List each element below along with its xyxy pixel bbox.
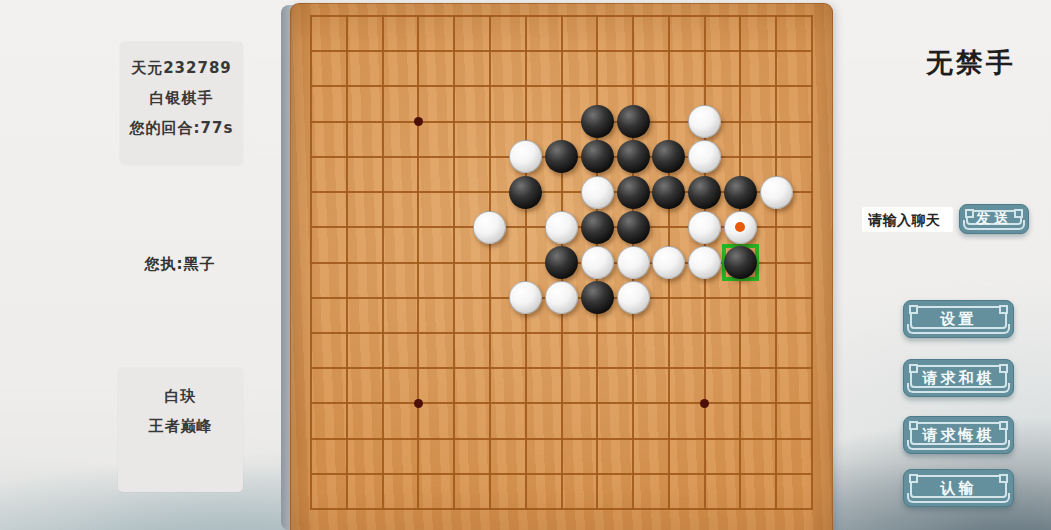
white-stone bbox=[545, 211, 578, 244]
black-stone bbox=[617, 140, 650, 173]
black-stone bbox=[581, 211, 614, 244]
gomoku-game-screen: 天元232789 白银棋手 您的回合:77s 您执:黑子 白玦 王者巅峰 无禁手… bbox=[0, 0, 1051, 530]
player-name: 白玦 bbox=[118, 381, 243, 411]
black-stone bbox=[545, 140, 578, 173]
white-stone bbox=[688, 105, 721, 138]
star-point bbox=[700, 399, 709, 408]
player-rank: 王者巅峰 bbox=[118, 411, 243, 441]
player-info-panel: 白玦 王者巅峰 bbox=[118, 368, 243, 492]
white-stone bbox=[652, 246, 685, 279]
settings-button[interactable]: 设置 bbox=[903, 300, 1014, 338]
send-button[interactable]: 发送 bbox=[959, 204, 1029, 234]
black-stone bbox=[688, 176, 721, 209]
white-stone bbox=[581, 176, 614, 209]
black-stone bbox=[545, 246, 578, 279]
board-lattice[interactable] bbox=[311, 16, 812, 509]
white-stone bbox=[688, 246, 721, 279]
opponent-name: 天元232789 bbox=[120, 53, 243, 83]
grid-line bbox=[775, 15, 777, 510]
rule-title: 无禁手 bbox=[886, 45, 1051, 81]
star-point bbox=[414, 117, 423, 126]
grid-line bbox=[310, 508, 813, 510]
black-stone bbox=[724, 176, 757, 209]
resign-button[interactable]: 认输 bbox=[903, 469, 1014, 507]
grid-line bbox=[811, 15, 813, 510]
black-stone bbox=[724, 246, 757, 279]
request-undo-button[interactable]: 请求悔棋 bbox=[903, 416, 1014, 454]
black-stone bbox=[652, 176, 685, 209]
white-stone bbox=[473, 211, 506, 244]
white-stone bbox=[509, 281, 542, 314]
black-stone bbox=[581, 105, 614, 138]
black-stone bbox=[509, 176, 542, 209]
star-point bbox=[414, 399, 423, 408]
turn-timer: 您的回合:77s bbox=[120, 113, 243, 143]
white-stone bbox=[509, 140, 542, 173]
gomoku-board[interactable] bbox=[290, 3, 833, 530]
black-stone bbox=[617, 105, 650, 138]
grid-line bbox=[310, 402, 813, 404]
white-stone bbox=[688, 140, 721, 173]
opponent-info-panel: 天元232789 白银棋手 您的回合:77s bbox=[120, 42, 243, 165]
grid-line bbox=[310, 438, 813, 440]
request-draw-button[interactable]: 请求和棋 bbox=[903, 359, 1014, 397]
black-stone bbox=[617, 211, 650, 244]
white-stone bbox=[617, 281, 650, 314]
opponent-rank: 白银棋手 bbox=[120, 83, 243, 113]
black-stone bbox=[617, 176, 650, 209]
black-stone bbox=[581, 140, 614, 173]
black-stone bbox=[652, 140, 685, 173]
chat-input[interactable] bbox=[862, 207, 953, 232]
grid-line bbox=[310, 367, 813, 369]
white-stone bbox=[617, 246, 650, 279]
grid-line bbox=[310, 332, 813, 334]
your-color-label: 您执:黑子 bbox=[110, 255, 250, 274]
white-stone bbox=[688, 211, 721, 244]
white-stone bbox=[545, 281, 578, 314]
grid-line bbox=[310, 473, 813, 475]
white-stone bbox=[581, 246, 614, 279]
white-stone bbox=[760, 176, 793, 209]
black-stone bbox=[581, 281, 614, 314]
